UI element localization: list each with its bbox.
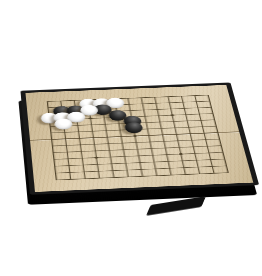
white-stone[interactable] [54,118,73,129]
go-grid [47,95,229,181]
go-board [20,83,259,195]
board-wood-surface [25,85,253,192]
black-stone[interactable] [124,122,143,133]
stones-layer [47,95,229,181]
